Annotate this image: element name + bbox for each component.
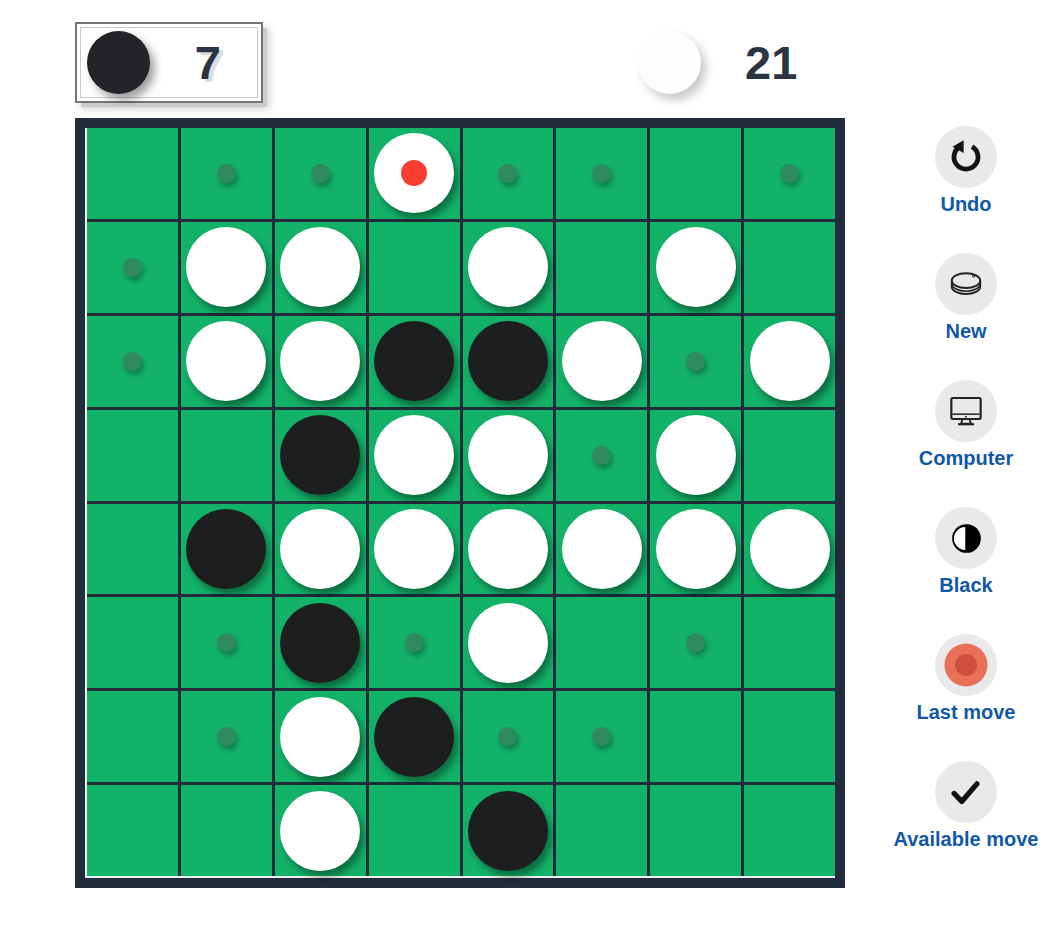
white-disc xyxy=(280,697,360,777)
board-cell[interactable] xyxy=(369,504,460,595)
board-cell[interactable] xyxy=(181,691,272,782)
othello-board-inner xyxy=(85,128,835,878)
sidebar-item-available-move: Available move xyxy=(894,761,1039,851)
board-cell[interactable] xyxy=(275,316,366,407)
white-disc xyxy=(656,509,736,589)
board-cell[interactable] xyxy=(463,785,554,876)
board-cell[interactable] xyxy=(556,504,647,595)
sidebar-item-computer[interactable]: Computer xyxy=(919,380,1013,470)
sidebar-item-last-move: Last move xyxy=(917,634,1016,724)
available-move-dot xyxy=(592,446,611,465)
black-score-count: 7 xyxy=(195,39,221,86)
available-move-dot xyxy=(311,164,330,183)
white-disc xyxy=(562,509,642,589)
available-move-dot xyxy=(405,633,424,652)
board-cell[interactable] xyxy=(463,597,554,688)
black-disc xyxy=(280,415,360,495)
sidebar-item-new[interactable]: New xyxy=(935,253,997,343)
undo-icon[interactable] xyxy=(935,126,997,188)
white-disc xyxy=(562,321,642,401)
sidebar-item-label: Last move xyxy=(917,701,1016,724)
board-cell[interactable] xyxy=(463,410,554,501)
board-cell[interactable] xyxy=(87,597,178,688)
board-cell[interactable] xyxy=(744,504,835,595)
available-move-dot xyxy=(592,164,611,183)
available-move-dot xyxy=(123,258,142,277)
board-cell[interactable] xyxy=(275,410,366,501)
white-disc xyxy=(280,509,360,589)
black-disc xyxy=(280,603,360,683)
sidebar-item-label: Available move xyxy=(894,828,1039,851)
board-cell[interactable] xyxy=(556,316,647,407)
board-cell[interactable] xyxy=(463,504,554,595)
white-disc xyxy=(656,227,736,307)
sidebar-item-black[interactable]: Black xyxy=(935,507,997,597)
board-cell[interactable] xyxy=(181,128,272,219)
black-disc xyxy=(374,321,454,401)
available-move-dot xyxy=(686,633,705,652)
board-cell[interactable] xyxy=(650,691,741,782)
board-cell[interactable] xyxy=(744,128,835,219)
board-cell[interactable] xyxy=(181,410,272,501)
black-disc xyxy=(374,697,454,777)
sidebar-item-label: Undo xyxy=(940,193,991,216)
white-disc xyxy=(468,603,548,683)
board-cell[interactable] xyxy=(369,597,460,688)
board-cell[interactable] xyxy=(744,222,835,313)
board-cell[interactable] xyxy=(650,597,741,688)
board-cell[interactable] xyxy=(369,128,460,219)
available-move-dot xyxy=(498,164,517,183)
board-cell[interactable] xyxy=(181,504,272,595)
white-disc xyxy=(374,133,454,213)
sidebar-item-label: Black xyxy=(939,574,992,597)
board-cell[interactable] xyxy=(463,128,554,219)
black-disc xyxy=(186,509,266,589)
board-cell[interactable] xyxy=(650,316,741,407)
board-cell[interactable] xyxy=(181,316,272,407)
board-cell[interactable] xyxy=(744,691,835,782)
white-disc xyxy=(468,415,548,495)
white-disc xyxy=(374,509,454,589)
sidebar-item-undo[interactable]: Undo xyxy=(935,126,997,216)
board-cell[interactable] xyxy=(369,316,460,407)
board-cell[interactable] xyxy=(556,597,647,688)
available-move-dot xyxy=(217,633,236,652)
board-cell[interactable] xyxy=(463,691,554,782)
board-cell[interactable] xyxy=(556,410,647,501)
board-cell[interactable] xyxy=(275,597,366,688)
board-cell[interactable] xyxy=(87,316,178,407)
available-move-dot xyxy=(498,727,517,746)
board-cell[interactable] xyxy=(87,785,178,876)
last-move-dot-icon xyxy=(935,634,997,696)
board-cell[interactable] xyxy=(181,785,272,876)
board-cell[interactable] xyxy=(650,410,741,501)
board-cell[interactable] xyxy=(744,316,835,407)
available-move-check-icon xyxy=(935,761,997,823)
sidebar-item-label: Computer xyxy=(919,447,1013,470)
board-cell[interactable] xyxy=(650,785,741,876)
white-disc xyxy=(468,227,548,307)
board-cell[interactable] xyxy=(463,222,554,313)
black-score-disc xyxy=(87,31,150,94)
white-score-panel: 21 xyxy=(638,22,797,103)
board-cell[interactable] xyxy=(369,785,460,876)
board-cell[interactable] xyxy=(369,691,460,782)
white-disc xyxy=(750,321,830,401)
available-move-dot xyxy=(217,727,236,746)
available-move-dot xyxy=(686,352,705,371)
white-disc xyxy=(186,321,266,401)
black-score-panel-inner: 7 xyxy=(80,27,258,98)
white-score-disc xyxy=(638,31,701,94)
board-cell[interactable] xyxy=(556,128,647,219)
white-disc xyxy=(750,509,830,589)
black-score-panel: 7 xyxy=(75,22,263,103)
white-disc xyxy=(280,321,360,401)
white-disc xyxy=(468,509,548,589)
available-move-dot xyxy=(123,352,142,371)
board-cell[interactable] xyxy=(369,222,460,313)
board-cell[interactable] xyxy=(87,222,178,313)
sidebar: UndoNewComputerBlackLast moveAvailable m… xyxy=(868,126,1062,851)
board-cell[interactable] xyxy=(275,222,366,313)
white-disc xyxy=(374,415,454,495)
white-disc xyxy=(280,227,360,307)
last-move-marker xyxy=(401,160,427,186)
board-cell[interactable] xyxy=(650,222,741,313)
white-score-count: 21 xyxy=(745,39,797,86)
board-cell[interactable] xyxy=(556,785,647,876)
board-cell[interactable] xyxy=(87,410,178,501)
board-cell[interactable] xyxy=(275,785,366,876)
board-cell[interactable] xyxy=(181,597,272,688)
new-game-disc-icon[interactable] xyxy=(935,253,997,315)
board-cell[interactable] xyxy=(463,316,554,407)
computer-monitor-icon[interactable] xyxy=(935,380,997,442)
board-cell[interactable] xyxy=(744,410,835,501)
white-disc xyxy=(656,415,736,495)
board-cell[interactable] xyxy=(650,504,741,595)
board-cell[interactable] xyxy=(556,222,647,313)
white-disc xyxy=(280,791,360,871)
black-disc xyxy=(468,321,548,401)
available-move-dot xyxy=(780,164,799,183)
board-cell[interactable] xyxy=(87,128,178,219)
board-cell[interactable] xyxy=(650,128,741,219)
board-cell[interactable] xyxy=(87,691,178,782)
sidebar-item-label: New xyxy=(945,320,986,343)
othello-board xyxy=(75,118,845,888)
black-side-contrast-icon[interactable] xyxy=(935,507,997,569)
board-cell[interactable] xyxy=(275,691,366,782)
board-cell[interactable] xyxy=(181,222,272,313)
board-cell[interactable] xyxy=(556,691,647,782)
available-move-dot xyxy=(592,727,611,746)
board-cell[interactable] xyxy=(744,785,835,876)
available-move-dot xyxy=(217,164,236,183)
black-disc xyxy=(468,791,548,871)
board-grid xyxy=(87,128,835,876)
board-cell[interactable] xyxy=(275,128,366,219)
board-cell[interactable] xyxy=(369,410,460,501)
board-cell[interactable] xyxy=(744,597,835,688)
white-disc xyxy=(186,227,266,307)
board-cell[interactable] xyxy=(87,504,178,595)
board-cell[interactable] xyxy=(275,504,366,595)
